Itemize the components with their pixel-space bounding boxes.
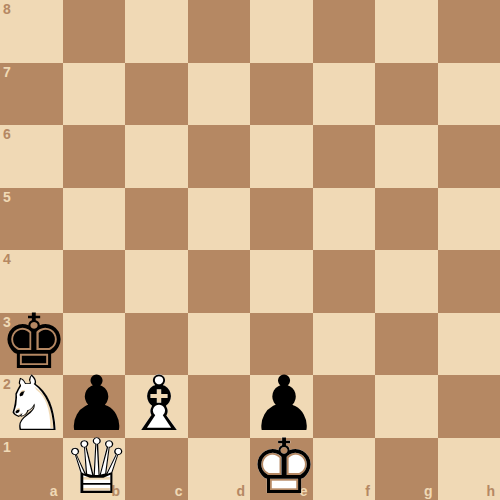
square-b3[interactable] <box>63 313 126 376</box>
square-b1[interactable]: b♛♕ <box>63 438 126 500</box>
piece-glyph-fill: ♟ <box>250 373 313 436</box>
piece-black-king[interactable]: ♚ <box>0 313 63 376</box>
square-e2[interactable]: ♟ <box>250 375 313 438</box>
square-e5[interactable] <box>250 188 313 251</box>
square-g8[interactable] <box>375 0 438 63</box>
square-g5[interactable] <box>375 188 438 251</box>
piece-white-queen[interactable]: ♛♕ <box>63 438 126 500</box>
piece-white-king[interactable]: ♚♔ <box>250 438 313 500</box>
piece-glyph-outline: ♔ <box>250 436 313 499</box>
rank-label-5: 5 <box>3 190 11 204</box>
file-label-h: h <box>486 484 495 498</box>
square-g7[interactable] <box>375 63 438 126</box>
rank-label-8: 8 <box>3 2 11 16</box>
square-e3[interactable] <box>250 313 313 376</box>
square-f8[interactable] <box>313 0 376 63</box>
rank-label-6: 6 <box>3 127 11 141</box>
square-a4[interactable]: 4 <box>0 250 63 313</box>
square-b2[interactable]: ♟ <box>63 375 126 438</box>
square-d6[interactable] <box>188 125 251 188</box>
square-c8[interactable] <box>125 0 188 63</box>
square-h7[interactable] <box>438 63 500 126</box>
square-c1[interactable]: c <box>125 438 188 500</box>
rank-label-1: 1 <box>3 440 11 454</box>
piece-glyph-outline: ♘ <box>0 373 63 436</box>
square-c3[interactable] <box>125 313 188 376</box>
piece-white-bishop[interactable]: ♝♗ <box>125 375 188 438</box>
square-c5[interactable] <box>125 188 188 251</box>
square-c2[interactable]: ♝♗ <box>125 375 188 438</box>
square-f5[interactable] <box>313 188 376 251</box>
square-e4[interactable] <box>250 250 313 313</box>
square-d3[interactable] <box>188 313 251 376</box>
rank-label-7: 7 <box>3 65 11 79</box>
square-f4[interactable] <box>313 250 376 313</box>
square-e6[interactable] <box>250 125 313 188</box>
square-f6[interactable] <box>313 125 376 188</box>
square-d2[interactable] <box>188 375 251 438</box>
square-d8[interactable] <box>188 0 251 63</box>
piece-glyph-outline: ♕ <box>63 436 126 499</box>
square-g4[interactable] <box>375 250 438 313</box>
piece-glyph-fill: ♝ <box>125 373 188 436</box>
file-label-f: f <box>365 484 370 498</box>
chess-board-container: 876543♚2♞♘♟♝♗♟1ab♛♕cde♚♔fgh <box>0 0 500 500</box>
square-e7[interactable] <box>250 63 313 126</box>
square-d1[interactable]: d <box>188 438 251 500</box>
square-a2[interactable]: 2♞♘ <box>0 375 63 438</box>
square-c7[interactable] <box>125 63 188 126</box>
square-e1[interactable]: e♚♔ <box>250 438 313 500</box>
file-label-g: g <box>424 484 433 498</box>
square-a8[interactable]: 8 <box>0 0 63 63</box>
square-f1[interactable]: f <box>313 438 376 500</box>
file-label-a: a <box>50 484 58 498</box>
square-b4[interactable] <box>63 250 126 313</box>
piece-white-knight[interactable]: ♞♘ <box>0 375 63 438</box>
square-g3[interactable] <box>375 313 438 376</box>
square-d4[interactable] <box>188 250 251 313</box>
square-c4[interactable] <box>125 250 188 313</box>
rank-label-4: 4 <box>3 252 11 266</box>
square-b6[interactable] <box>63 125 126 188</box>
piece-glyph-fill: ♚ <box>250 436 313 499</box>
square-e8[interactable] <box>250 0 313 63</box>
square-f3[interactable] <box>313 313 376 376</box>
square-f7[interactable] <box>313 63 376 126</box>
piece-black-pawn[interactable]: ♟ <box>250 375 313 438</box>
piece-glyph-outline: ♗ <box>125 373 188 436</box>
square-b8[interactable] <box>63 0 126 63</box>
piece-glyph-fill: ♛ <box>63 436 126 499</box>
square-b7[interactable] <box>63 63 126 126</box>
square-h6[interactable] <box>438 125 500 188</box>
square-g1[interactable]: g <box>375 438 438 500</box>
piece-glyph-fill: ♟ <box>63 373 126 436</box>
square-d5[interactable] <box>188 188 251 251</box>
chess-board: 876543♚2♞♘♟♝♗♟1ab♛♕cde♚♔fgh <box>0 0 500 500</box>
square-h4[interactable] <box>438 250 500 313</box>
square-h1[interactable]: h <box>438 438 500 500</box>
square-a1[interactable]: 1a <box>0 438 63 500</box>
square-c6[interactable] <box>125 125 188 188</box>
square-g2[interactable] <box>375 375 438 438</box>
square-a5[interactable]: 5 <box>0 188 63 251</box>
square-d7[interactable] <box>188 63 251 126</box>
square-h2[interactable] <box>438 375 500 438</box>
square-g6[interactable] <box>375 125 438 188</box>
piece-black-pawn[interactable]: ♟ <box>63 375 126 438</box>
file-label-c: c <box>175 484 183 498</box>
square-a7[interactable]: 7 <box>0 63 63 126</box>
square-a6[interactable]: 6 <box>0 125 63 188</box>
square-h5[interactable] <box>438 188 500 251</box>
piece-glyph-fill: ♚ <box>0 311 63 374</box>
square-f2[interactable] <box>313 375 376 438</box>
piece-glyph-fill: ♞ <box>0 373 63 436</box>
square-h8[interactable] <box>438 0 500 63</box>
square-b5[interactable] <box>63 188 126 251</box>
square-h3[interactable] <box>438 313 500 376</box>
file-label-d: d <box>236 484 245 498</box>
square-a3[interactable]: 3♚ <box>0 313 63 376</box>
